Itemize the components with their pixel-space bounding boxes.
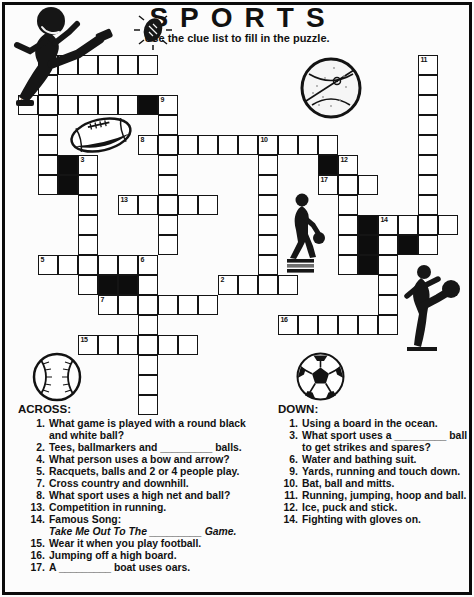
grid-cell-r7c16[interactable]	[338, 195, 358, 215]
american-football-icon	[66, 111, 138, 159]
grid-cell-r15c6[interactable]	[138, 355, 158, 375]
clue-text: What game is played with a round black a…	[49, 418, 261, 442]
grid-cell-r9c3[interactable]	[78, 235, 98, 255]
grid-cell-r1c20[interactable]	[418, 75, 438, 95]
grid-cell-r6c20[interactable]	[418, 175, 438, 195]
grid-cell-r3c7[interactable]	[158, 115, 178, 135]
clue-number: 1.	[262, 418, 302, 430]
grid-cell-r10c12[interactable]	[258, 255, 278, 275]
grid-cell-r10c16[interactable]	[338, 255, 358, 275]
clue-text: Running, jumping, hoop and ball.	[302, 490, 472, 502]
grid-cell-r9c7[interactable]	[158, 235, 178, 255]
grid-cell-r12c18[interactable]	[378, 295, 398, 315]
grid-cell-r4c13[interactable]	[278, 135, 298, 155]
cell-number: 17	[321, 176, 328, 184]
grid-cell-r8c20[interactable]	[418, 215, 438, 235]
grid-cell-r11c11[interactable]	[238, 275, 258, 295]
grid-cell-r7c6[interactable]	[138, 195, 158, 215]
clue-item: 12.Ice, puck and stick.	[262, 502, 472, 514]
clue-number: 10.	[262, 478, 302, 490]
clue-text: Competition in running.	[49, 502, 261, 514]
basketball-icon	[299, 56, 363, 120]
grid-cell-r8c21[interactable]	[438, 215, 458, 235]
clue-item: 8.What sport uses a high net and ball?	[18, 490, 261, 502]
clue-number: 1.	[18, 418, 49, 442]
clue-text: Wear it when you play football.	[49, 538, 261, 550]
clue-text: What person uses a bow and arrow?	[49, 454, 261, 466]
grid-cell-r7c3[interactable]	[78, 195, 98, 215]
clue-number: 13.	[18, 502, 49, 514]
cell-number: 11	[421, 56, 427, 64]
clue-item: 6.Water and bathing suit.	[262, 454, 472, 466]
clue-number: 15.	[18, 538, 49, 550]
clue-text: Water and bathing suit.	[302, 454, 472, 466]
cell-number: 5	[41, 256, 44, 264]
grid-cell-r13c15[interactable]	[318, 315, 338, 335]
grid-cell-r13c14[interactable]	[298, 315, 318, 335]
grid-cell-r4c20[interactable]	[418, 135, 438, 155]
grid-cell-r6c7[interactable]	[158, 175, 178, 195]
grid-cell-r2c20[interactable]	[418, 95, 438, 115]
clue-item: 1.What game is played with a round black…	[18, 418, 261, 442]
clue-item: 14.Famous Song:Take Me Out To The ______…	[18, 514, 261, 538]
grid-cell-r13c16[interactable]	[338, 315, 358, 335]
grid-cell-r8c12[interactable]	[258, 215, 278, 235]
cell-number: 2	[221, 276, 224, 284]
grid-cell-r7c8[interactable]	[178, 195, 198, 215]
black-cell	[398, 235, 418, 255]
clue-number: 17.	[18, 562, 49, 574]
grid-cell-r14c8[interactable]	[178, 335, 198, 355]
grid-cell-r11c12[interactable]	[258, 275, 278, 295]
grid-cell-r6c12[interactable]	[258, 175, 278, 195]
grid-cell-r12c6[interactable]	[138, 295, 158, 315]
grid-cell-r6c17[interactable]	[358, 175, 378, 195]
clue-text: What sport uses a high net and ball?	[49, 490, 261, 502]
clue-text: Cross country and downhill.	[49, 478, 261, 490]
clue-number: 4.	[18, 454, 49, 466]
grid-cell-r7c20[interactable]	[418, 195, 438, 215]
grid-cell-r4c15[interactable]	[318, 135, 338, 155]
grid-cell-r4c9[interactable]	[198, 135, 218, 155]
grid-cell-r3c20[interactable]	[418, 115, 438, 135]
grid-cell-r10c1[interactable]: 5	[38, 255, 58, 275]
clue-item: 4.What person uses a bow and arrow?	[18, 454, 261, 466]
clue-number: 8.	[18, 490, 49, 502]
across-list: 1.What game is played with a round black…	[18, 418, 261, 574]
grid-cell-r4c8[interactable]	[178, 135, 198, 155]
black-cell	[58, 175, 78, 195]
grid-cell-r5c12[interactable]	[258, 155, 278, 175]
grid-cell-r4c10[interactable]	[218, 135, 238, 155]
grid-cell-r11c13[interactable]	[278, 275, 298, 295]
grid-cell-r6c3[interactable]	[78, 175, 98, 195]
clue-text: A _________ boat uses oars.	[49, 562, 261, 574]
grid-cell-r12c4[interactable]: 7	[98, 295, 118, 315]
grid-cell-r16c6[interactable]	[138, 375, 158, 395]
cell-number: 8	[141, 136, 144, 144]
clue-text: Yards, running and touch down.	[302, 466, 472, 478]
soccer-ball-icon	[295, 351, 346, 402]
grid-cell-r12c9[interactable]	[198, 295, 218, 315]
black-cell	[98, 275, 118, 295]
black-cell	[318, 155, 338, 175]
black-cell	[358, 255, 378, 275]
grid-cell-r0c20[interactable]: 11	[418, 55, 438, 75]
clue-text: Tees, ballmarkers and _________ balls.	[49, 442, 261, 454]
grid-cell-r4c1[interactable]	[38, 135, 58, 155]
grid-cell-r12c5[interactable]	[118, 295, 138, 315]
grid-cell-r8c7[interactable]	[158, 215, 178, 235]
clue-text: Jumping off a high board.	[49, 550, 261, 562]
down-clues-section: DOWN: 1.Using a board in the ocean.3.Wha…	[262, 403, 472, 526]
clue-number: 5.	[18, 466, 49, 478]
grid-cell-r7c12[interactable]	[258, 195, 278, 215]
grid-cell-r14c6[interactable]	[138, 335, 158, 355]
grid-cell-r8c19[interactable]	[398, 215, 418, 235]
down-header: DOWN:	[278, 403, 472, 416]
grid-cell-r9c20[interactable]	[418, 235, 438, 255]
black-cell	[358, 235, 378, 255]
grid-cell-r9c12[interactable]	[258, 235, 278, 255]
across-clues-section: ACROSS: 1.What game is played with a rou…	[18, 403, 261, 574]
clue-text: Ice, puck and stick.	[302, 502, 472, 514]
clue-item: 15.Wear it when you play football.	[18, 538, 261, 550]
grid-cell-r11c3[interactable]	[78, 275, 98, 295]
grid-cell-r4c14[interactable]	[298, 135, 318, 155]
clue-number: 11.	[262, 490, 302, 502]
cell-number: 7	[101, 296, 104, 304]
grid-cell-r5c1[interactable]	[38, 155, 58, 175]
grid-cell-r6c1[interactable]	[38, 175, 58, 195]
clue-number: 12.	[262, 502, 302, 514]
grid-cell-r14c4[interactable]	[98, 335, 118, 355]
grid-cell-r5c7[interactable]	[158, 155, 178, 175]
grid-cell-r13c17[interactable]	[358, 315, 378, 335]
grid-cell-r14c7[interactable]	[158, 335, 178, 355]
cell-number: 6	[141, 256, 144, 264]
grid-cell-r8c3[interactable]	[78, 215, 98, 235]
clue-number: 14.	[262, 514, 302, 526]
grid-cell-r12c8[interactable]	[178, 295, 198, 315]
grid-cell-r10c6[interactable]: 6	[138, 255, 158, 275]
clue-item: 11.Running, jumping, hoop and ball.	[262, 490, 472, 502]
clue-number: 7.	[18, 478, 49, 490]
kicked-football-icon	[134, 10, 172, 50]
grid-cell-r6c16[interactable]	[338, 175, 358, 195]
grid-cell-r10c4[interactable]	[98, 255, 118, 275]
clue-item: 13.Competition in running.	[18, 502, 261, 514]
soccer-player-kicking-icon	[399, 262, 463, 354]
clue-number: 9.	[262, 466, 302, 478]
cell-number: 10	[261, 136, 268, 144]
grid-cell-r10c2[interactable]	[58, 255, 78, 275]
grid-cell-r7c9[interactable]	[198, 195, 218, 215]
grid-cell-r13c13[interactable]: 16	[278, 315, 298, 335]
basketball-player-icon	[280, 192, 326, 274]
football-player-kicking-icon	[6, 2, 174, 110]
clue-item: 14.Fighting with gloves on.	[262, 514, 472, 526]
cell-number: 14	[381, 216, 388, 224]
clue-item: 5.Racquets, balls and 2 or 4 people play…	[18, 466, 261, 478]
grid-cell-r13c18[interactable]	[378, 315, 398, 335]
clue-number: 16.	[18, 550, 49, 562]
puzzle-page: SPORTS Use the clue list to fill in the …	[0, 0, 474, 597]
grid-cell-r5c16[interactable]: 12	[338, 155, 358, 175]
grid-cell-r3c1[interactable]	[38, 115, 58, 135]
cell-number: 15	[81, 336, 88, 344]
grid-cell-r5c20[interactable]	[418, 155, 438, 175]
clue-number: 2.	[18, 442, 49, 454]
clue-number: 14.	[18, 514, 49, 538]
down-list: 1.Using a board in the ocean.3.What spor…	[262, 418, 472, 526]
cell-number: 13	[121, 196, 128, 204]
grid-cell-r9c16[interactable]	[338, 235, 358, 255]
clue-number: 3.	[262, 430, 302, 454]
grid-cell-r14c5[interactable]	[118, 335, 138, 355]
grid-cell-r13c6[interactable]	[138, 315, 158, 335]
grid-cell-r11c6[interactable]	[138, 275, 158, 295]
clue-item: 1.Using a board in the ocean.	[262, 418, 472, 430]
grid-cell-r10c3[interactable]	[78, 255, 98, 275]
baseball-icon	[31, 351, 83, 403]
grid-cell-r7c5[interactable]: 13	[118, 195, 138, 215]
clue-text: Bat, ball and mitts.	[302, 478, 472, 490]
black-cell	[118, 275, 138, 295]
grid-cell-r4c6[interactable]: 8	[138, 135, 158, 155]
grid-cell-r11c18[interactable]	[378, 275, 398, 295]
clue-item: 2.Tees, ballmarkers and _________ balls.	[18, 442, 261, 454]
black-cell	[358, 215, 378, 235]
clue-item: 7.Cross country and downhill.	[18, 478, 261, 490]
grid-cell-r7c7[interactable]	[158, 195, 178, 215]
grid-cell-r12c7[interactable]	[158, 295, 178, 315]
grid-cell-r9c18[interactable]	[378, 235, 398, 255]
clue-item: 3.What sport uses a _________ ball to ge…	[262, 430, 472, 454]
clue-text: Famous Song:Take Me Out To The _________…	[49, 514, 261, 538]
grid-cell-r10c5[interactable]	[118, 255, 138, 275]
clue-item: 10.Bat, ball and mitts.	[262, 478, 472, 490]
clue-number: 6.	[262, 454, 302, 466]
clue-text: Using a board in the ocean.	[302, 418, 472, 430]
clue-item: 17.A _________ boat uses oars.	[18, 562, 261, 574]
grid-cell-r4c12[interactable]: 10	[258, 135, 278, 155]
cell-number: 12	[341, 156, 348, 164]
clue-item: 9.Yards, running and touch down.	[262, 466, 472, 478]
clue-text: Fighting with gloves on.	[302, 514, 472, 526]
grid-cell-r4c7[interactable]	[158, 135, 178, 155]
clue-item: 16.Jumping off a high board.	[18, 550, 261, 562]
cell-number: 16	[281, 316, 288, 324]
clue-text: What sport uses a _________ ball to get …	[302, 430, 472, 454]
grid-cell-r8c18[interactable]: 14	[378, 215, 398, 235]
clue-text: Racquets, balls and 2 or 4 people play.	[49, 466, 261, 478]
grid-cell-r8c16[interactable]	[338, 215, 358, 235]
grid-cell-r11c10[interactable]: 2	[218, 275, 238, 295]
across-header: ACROSS:	[18, 403, 261, 416]
grid-cell-r4c11[interactable]	[238, 135, 258, 155]
grid-cell-r10c18[interactable]	[378, 255, 398, 275]
